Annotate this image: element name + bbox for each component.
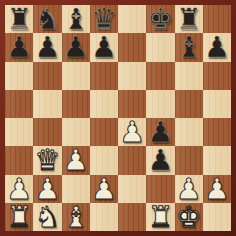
square-d2[interactable]: ♟	[90, 175, 118, 203]
square-b4[interactable]	[33, 118, 61, 146]
black-pawn: ♟	[147, 118, 173, 146]
square-h4[interactable]	[203, 118, 231, 146]
chess-board: ♜♞♝♛♚♜♟♟♟♟♝♟♟♟♛♟♟♟♟♟♟♟♜♞♝♜♚	[5, 5, 231, 231]
square-g6[interactable]	[175, 62, 203, 90]
black-pawn: ♟	[204, 33, 230, 61]
square-f3[interactable]: ♟	[146, 146, 174, 174]
white-bishop: ♝	[63, 203, 89, 231]
white-queen: ♛	[34, 146, 60, 174]
black-pawn: ♟	[147, 146, 173, 174]
square-c3[interactable]: ♟	[62, 146, 90, 174]
black-queen: ♛	[91, 5, 117, 33]
black-knight: ♞	[34, 5, 60, 33]
square-g4[interactable]	[175, 118, 203, 146]
square-g3[interactable]	[175, 146, 203, 174]
square-b6[interactable]	[33, 62, 61, 90]
square-d3[interactable]	[90, 146, 118, 174]
square-c2[interactable]	[62, 175, 90, 203]
square-g5[interactable]	[175, 90, 203, 118]
square-g2[interactable]: ♟	[175, 175, 203, 203]
square-a7[interactable]: ♟	[5, 33, 33, 61]
square-d4[interactable]	[90, 118, 118, 146]
white-pawn: ♟	[204, 175, 230, 203]
black-bishop: ♝	[63, 5, 89, 33]
square-d1[interactable]	[90, 203, 118, 231]
square-d8[interactable]: ♛	[90, 5, 118, 33]
square-d5[interactable]	[90, 90, 118, 118]
white-king: ♚	[176, 203, 202, 231]
white-rook: ♜	[147, 203, 173, 231]
square-h2[interactable]: ♟	[203, 175, 231, 203]
white-rook: ♜	[6, 203, 32, 231]
square-c4[interactable]	[62, 118, 90, 146]
black-rook: ♜	[6, 5, 32, 33]
square-f8[interactable]: ♚	[146, 5, 174, 33]
square-h7[interactable]: ♟	[203, 33, 231, 61]
square-d7[interactable]: ♟	[90, 33, 118, 61]
black-pawn: ♟	[6, 33, 32, 61]
white-pawn: ♟	[6, 175, 32, 203]
square-f2[interactable]	[146, 175, 174, 203]
black-king: ♚	[147, 5, 173, 33]
white-pawn: ♟	[119, 118, 145, 146]
square-c5[interactable]	[62, 90, 90, 118]
square-a6[interactable]	[5, 62, 33, 90]
square-g8[interactable]: ♜	[175, 5, 203, 33]
square-e6[interactable]	[118, 62, 146, 90]
square-e3[interactable]	[118, 146, 146, 174]
square-a4[interactable]	[5, 118, 33, 146]
square-h1[interactable]	[203, 203, 231, 231]
square-g1[interactable]: ♚	[175, 203, 203, 231]
white-pawn: ♟	[91, 175, 117, 203]
white-pawn: ♟	[176, 175, 202, 203]
white-pawn: ♟	[63, 146, 89, 174]
square-f4[interactable]: ♟	[146, 118, 174, 146]
square-e2[interactable]	[118, 175, 146, 203]
square-c7[interactable]: ♟	[62, 33, 90, 61]
black-bishop: ♝	[176, 33, 202, 61]
square-d6[interactable]	[90, 62, 118, 90]
square-a5[interactable]	[5, 90, 33, 118]
square-e4[interactable]: ♟	[118, 118, 146, 146]
square-h8[interactable]	[203, 5, 231, 33]
white-knight: ♞	[34, 203, 60, 231]
square-h3[interactable]	[203, 146, 231, 174]
black-rook: ♜	[176, 5, 202, 33]
square-a3[interactable]	[5, 146, 33, 174]
square-f1[interactable]: ♜	[146, 203, 174, 231]
square-e7[interactable]	[118, 33, 146, 61]
square-f6[interactable]	[146, 62, 174, 90]
square-b8[interactable]: ♞	[33, 5, 61, 33]
black-pawn: ♟	[63, 33, 89, 61]
square-b3[interactable]: ♛	[33, 146, 61, 174]
square-g7[interactable]: ♝	[175, 33, 203, 61]
square-h5[interactable]	[203, 90, 231, 118]
square-e1[interactable]	[118, 203, 146, 231]
square-f5[interactable]	[146, 90, 174, 118]
square-b5[interactable]	[33, 90, 61, 118]
square-b7[interactable]: ♟	[33, 33, 61, 61]
square-a8[interactable]: ♜	[5, 5, 33, 33]
square-b2[interactable]: ♟	[33, 175, 61, 203]
square-a1[interactable]: ♜	[5, 203, 33, 231]
black-pawn: ♟	[34, 33, 60, 61]
square-h6[interactable]	[203, 62, 231, 90]
square-e8[interactable]	[118, 5, 146, 33]
board-frame: ♜♞♝♛♚♜♟♟♟♟♝♟♟♟♛♟♟♟♟♟♟♟♜♞♝♜♚	[0, 0, 236, 236]
black-pawn: ♟	[91, 33, 117, 61]
square-a2[interactable]: ♟	[5, 175, 33, 203]
square-c1[interactable]: ♝	[62, 203, 90, 231]
square-c6[interactable]	[62, 62, 90, 90]
square-c8[interactable]: ♝	[62, 5, 90, 33]
white-pawn: ♟	[34, 175, 60, 203]
square-e5[interactable]	[118, 90, 146, 118]
square-b1[interactable]: ♞	[33, 203, 61, 231]
square-f7[interactable]	[146, 33, 174, 61]
